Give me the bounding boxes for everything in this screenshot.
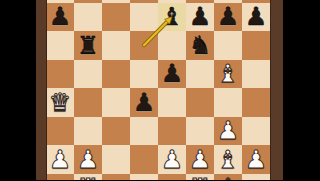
board-border-left (36, 0, 47, 180)
square-b7[interactable] (74, 3, 102, 32)
square-g5[interactable]: ♝ (214, 60, 242, 89)
square-h1[interactable] (242, 174, 270, 181)
square-c7[interactable] (102, 3, 130, 32)
square-g6[interactable] (214, 31, 242, 60)
piece-white-bishop-g5[interactable]: ♝ (214, 60, 242, 89)
square-e3[interactable] (158, 117, 186, 146)
square-f1[interactable]: ♜ (186, 174, 214, 181)
square-h7[interactable]: ♟ (242, 3, 270, 32)
square-f2[interactable]: ♟ (186, 145, 214, 174)
square-c4[interactable] (102, 88, 130, 117)
piece-white-pawn-e2[interactable]: ♟ (158, 145, 186, 174)
square-g1[interactable]: ♚ (214, 174, 242, 181)
piece-white-pawn-h2[interactable]: ♟ (242, 145, 270, 174)
piece-black-pawn-h7[interactable]: ♟ (242, 3, 270, 32)
square-f6[interactable]: ♞ (186, 31, 214, 60)
square-b5[interactable] (74, 60, 102, 89)
square-h6[interactable] (242, 31, 270, 60)
square-d5[interactable] (130, 60, 158, 89)
piece-white-queen-a4[interactable]: ♛ (46, 88, 74, 117)
square-d7[interactable] (130, 3, 158, 32)
piece-white-pawn-b2[interactable]: ♟ (74, 145, 102, 174)
square-a3[interactable] (46, 117, 74, 146)
square-e2[interactable]: ♟ (158, 145, 186, 174)
square-d1[interactable] (130, 174, 158, 181)
square-c3[interactable] (102, 117, 130, 146)
square-f7[interactable]: ♟ (186, 3, 214, 32)
square-e1[interactable] (158, 174, 186, 181)
square-a7[interactable]: ♟ (46, 3, 74, 32)
square-d2[interactable] (130, 145, 158, 174)
square-c1[interactable] (102, 174, 130, 181)
piece-white-pawn-f2[interactable]: ♟ (186, 145, 214, 174)
square-d3[interactable] (130, 117, 158, 146)
piece-white-bishop-g2[interactable]: ♝ (214, 145, 242, 174)
square-e4[interactable] (158, 88, 186, 117)
piece-black-knight-f6[interactable]: ♞ (186, 31, 214, 60)
piece-black-pawn-d4[interactable]: ♟ (130, 88, 158, 117)
square-h3[interactable] (242, 117, 270, 146)
square-h2[interactable]: ♟ (242, 145, 270, 174)
piece-black-rook-b6[interactable]: ♜ (74, 31, 102, 60)
square-c5[interactable] (102, 60, 130, 89)
square-f4[interactable] (186, 88, 214, 117)
square-a1[interactable] (46, 174, 74, 181)
square-b4[interactable] (74, 88, 102, 117)
square-e5[interactable]: ♟ (158, 60, 186, 89)
square-d4[interactable]: ♟ (130, 88, 158, 117)
piece-black-pawn-a7[interactable]: ♟ (46, 3, 74, 32)
square-c6[interactable] (102, 31, 130, 60)
square-c2[interactable] (102, 145, 130, 174)
square-a5[interactable] (46, 60, 74, 89)
square-f3[interactable] (186, 117, 214, 146)
square-e7[interactable]: ♝ (158, 3, 186, 32)
square-b2[interactable]: ♟ (74, 145, 102, 174)
square-h4[interactable] (242, 88, 270, 117)
square-f5[interactable] (186, 60, 214, 89)
piece-black-pawn-f7[interactable]: ♟ (186, 3, 214, 32)
square-a6[interactable] (46, 31, 74, 60)
square-g2[interactable]: ♝ (214, 145, 242, 174)
piece-black-pawn-g7[interactable]: ♟ (214, 3, 242, 32)
square-a4[interactable]: ♛ (46, 88, 74, 117)
piece-black-pawn-e5[interactable]: ♟ (158, 60, 186, 89)
square-h5[interactable] (242, 60, 270, 89)
board-border-right (270, 0, 283, 180)
square-b3[interactable] (74, 117, 102, 146)
chess-board-screenshot: ♛♞♜♚♟♝♟♟♟♜♞♟♝♛♟♟♟♟♟♟♝♟♜♜♚ 776655443322 (0, 0, 320, 180)
square-g7[interactable]: ♟ (214, 3, 242, 32)
square-g4[interactable] (214, 88, 242, 117)
square-b6[interactable]: ♜ (74, 31, 102, 60)
piece-white-pawn-a2[interactable]: ♟ (46, 145, 74, 174)
piece-white-rook-b1[interactable]: ♜ (74, 174, 102, 181)
square-d6[interactable] (130, 31, 158, 60)
piece-white-king-g1[interactable]: ♚ (214, 174, 242, 181)
chess-board: ♛♞♜♚♟♝♟♟♟♜♞♟♝♛♟♟♟♟♟♟♝♟♜♜♚ (46, 0, 270, 180)
piece-black-bishop-e7[interactable]: ♝ (158, 3, 186, 32)
piece-white-pawn-g3[interactable]: ♟ (214, 117, 242, 146)
piece-white-rook-f1[interactable]: ♜ (186, 174, 214, 181)
square-e6[interactable] (158, 31, 186, 60)
square-g3[interactable]: ♟ (214, 117, 242, 146)
square-b1[interactable]: ♜ (74, 174, 102, 181)
square-a2[interactable]: ♟ (46, 145, 74, 174)
